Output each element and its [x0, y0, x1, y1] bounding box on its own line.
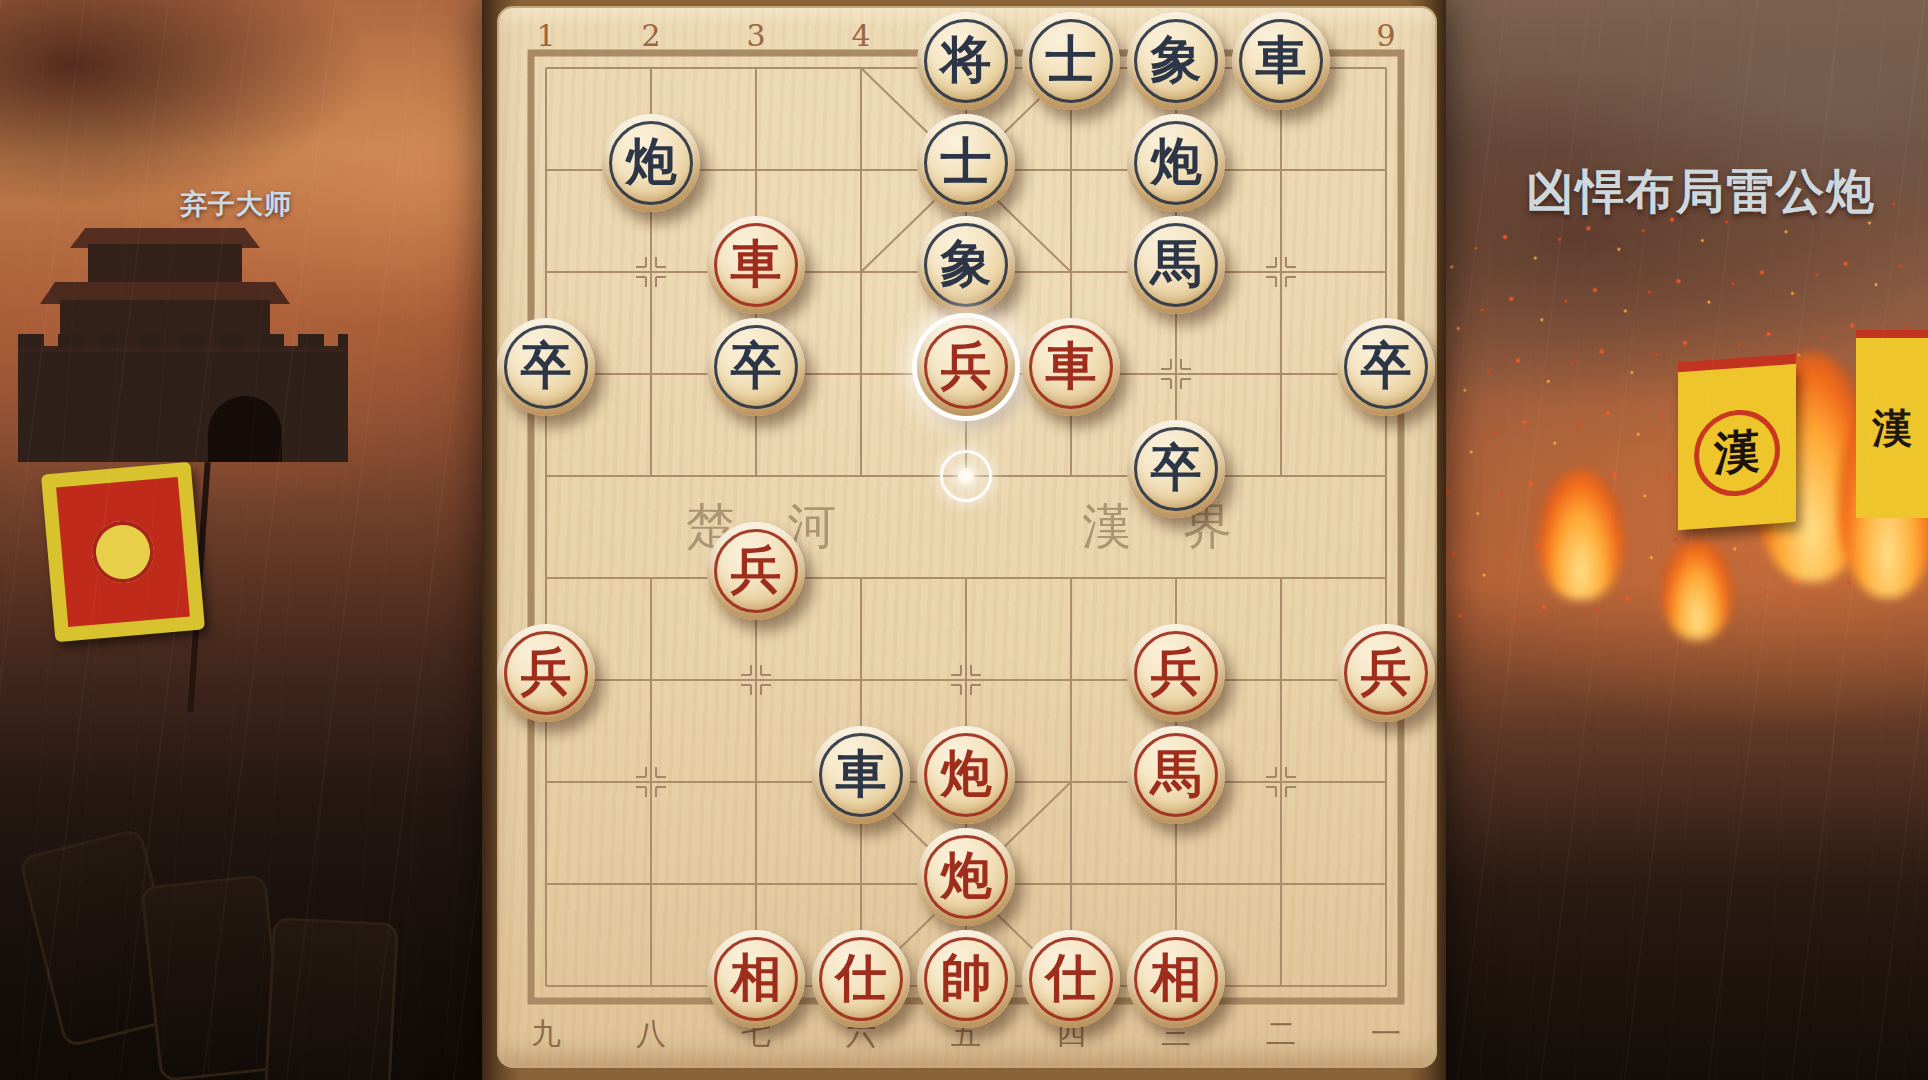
piece-black-rook[interactable]: 車: [812, 726, 910, 824]
banner-character: 漢: [1714, 421, 1760, 486]
piece-character: 馬: [1151, 238, 1202, 289]
piece-red-soldier[interactable]: 兵: [707, 522, 805, 620]
piece-character: 帥: [941, 952, 992, 1003]
army-flag: [41, 462, 205, 642]
piece-black-soldier[interactable]: 卒: [497, 318, 595, 416]
river-character: 漢: [1082, 494, 1131, 560]
piece-character: 兵: [941, 340, 992, 391]
xiangqi-board[interactable]: 123456789 九八七六五四三二一 楚河 漢界 将士象車炮士炮車象馬卒卒兵車…: [497, 6, 1437, 1068]
piece-character: 仕: [1046, 952, 1097, 1003]
piece-character: 卒: [1151, 442, 1202, 493]
piece-character: 士: [1046, 34, 1097, 85]
banner-ring: 漢: [1694, 407, 1780, 499]
file-label-bottom: 一: [1371, 1014, 1401, 1055]
piece-black-advisor[interactable]: 士: [917, 114, 1015, 212]
piece-character: 兵: [521, 646, 572, 697]
han-banner-far: 漢: [1856, 338, 1928, 518]
piece-black-advisor[interactable]: 士: [1022, 12, 1120, 110]
piece-character: 車: [1256, 34, 1307, 85]
piece-red-horse[interactable]: 馬: [1127, 726, 1225, 824]
piece-character: 車: [731, 238, 782, 289]
piece-character: 兵: [1361, 646, 1412, 697]
piece-black-elephant[interactable]: 象: [917, 216, 1015, 314]
file-label-top: 4: [851, 18, 870, 53]
piece-red-cannon[interactable]: 炮: [917, 726, 1015, 824]
piece-character: 象: [1151, 34, 1202, 85]
piece-black-soldier[interactable]: 卒: [1337, 318, 1435, 416]
banner-character: 漢: [1872, 401, 1912, 456]
piece-red-advisor[interactable]: 仕: [1022, 930, 1120, 1028]
piece-character: 相: [1151, 952, 1202, 1003]
piece-character: 炮: [941, 850, 992, 901]
piece-character: 炮: [626, 136, 677, 187]
piece-black-rook[interactable]: 車: [1232, 12, 1330, 110]
piece-character: 相: [731, 952, 782, 1003]
piece-character: 仕: [836, 952, 887, 1003]
piece-character: 士: [941, 136, 992, 187]
piece-character: 馬: [1151, 748, 1202, 799]
piece-character: 炮: [1151, 136, 1202, 187]
piece-character: 車: [1046, 340, 1097, 391]
piece-black-soldier[interactable]: 卒: [1127, 420, 1225, 518]
piece-red-soldier[interactable]: 兵: [497, 624, 595, 722]
piece-character: 車: [836, 748, 887, 799]
piece-red-advisor[interactable]: 仕: [812, 930, 910, 1028]
piece-character: 象: [941, 238, 992, 289]
piece-red-general[interactable]: 帥: [917, 930, 1015, 1028]
right-caption: 凶悍布局雷公炮: [1526, 160, 1876, 224]
shield-silhouette: [140, 874, 286, 1080]
piece-red-soldier[interactable]: 兵: [1337, 624, 1435, 722]
piece-red-soldier[interactable]: 兵: [917, 318, 1015, 416]
screen: 漢 漢 弃子大师 凶悍布局雷公炮 123456789 九八七六五四三二一 楚河 …: [0, 0, 1928, 1080]
piece-black-soldier[interactable]: 卒: [707, 318, 805, 416]
piece-black-elephant[interactable]: 象: [1127, 12, 1225, 110]
piece-red-rook[interactable]: 車: [1022, 318, 1120, 416]
piece-red-cannon[interactable]: 炮: [917, 828, 1015, 926]
piece-character: 兵: [1151, 646, 1202, 697]
flame: [1538, 470, 1624, 600]
piece-black-horse[interactable]: 馬: [1127, 216, 1225, 314]
piece-character: 将: [941, 34, 992, 85]
file-label-top: 9: [1376, 18, 1395, 53]
file-label-bottom: 九: [531, 1014, 561, 1055]
piece-red-soldier[interactable]: 兵: [1127, 624, 1225, 722]
piece-red-elephant[interactable]: 相: [707, 930, 805, 1028]
file-label-top: 1: [536, 18, 555, 53]
han-banner: 漢: [1678, 364, 1796, 530]
city-tower: [60, 300, 270, 358]
file-label-top: 3: [746, 18, 765, 53]
background-left-battlefield: [0, 0, 500, 1080]
city-wall-silhouette: [18, 352, 348, 462]
file-label-bottom: 二: [1266, 1014, 1296, 1055]
piece-red-rook[interactable]: 車: [707, 216, 805, 314]
piece-character: 炮: [941, 748, 992, 799]
piece-black-cannon[interactable]: 炮: [602, 114, 700, 212]
piece-character: 兵: [731, 544, 782, 595]
piece-character: 卒: [731, 340, 782, 391]
left-caption: 弃子大师: [180, 186, 292, 222]
last-move-indicator: [940, 450, 992, 502]
piece-character: 卒: [1361, 340, 1412, 391]
file-label-bottom: 八: [636, 1014, 666, 1055]
file-label-top: 2: [641, 18, 660, 53]
piece-red-elephant[interactable]: 相: [1127, 930, 1225, 1028]
flame: [1662, 540, 1732, 640]
piece-black-cannon[interactable]: 炮: [1127, 114, 1225, 212]
city-tower-top: [88, 244, 242, 286]
shield-silhouette: [263, 917, 399, 1080]
piece-character: 卒: [521, 340, 572, 391]
piece-black-general[interactable]: 将: [917, 12, 1015, 110]
